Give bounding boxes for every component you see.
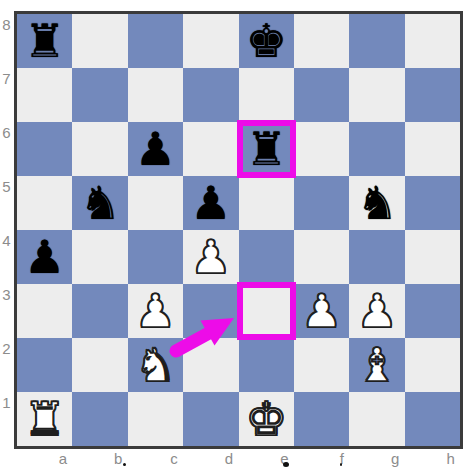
square-h2[interactable]: [405, 338, 460, 392]
square-c1[interactable]: [128, 392, 183, 446]
square-c8[interactable]: [128, 14, 183, 68]
black-rook[interactable]: ♜: [24, 18, 65, 64]
file-label-h: h: [405, 450, 460, 467]
rank-label-7: 7: [0, 70, 13, 88]
square-f1[interactable]: [294, 392, 349, 446]
square-g4[interactable]: [349, 230, 404, 284]
square-a8[interactable]: ♜: [17, 14, 72, 68]
square-d1[interactable]: [183, 392, 238, 446]
rank-label-6: 6: [0, 124, 13, 142]
file-label-c: c: [128, 450, 183, 467]
square-d5[interactable]: ♟: [183, 176, 238, 230]
black-knight[interactable]: ♞: [356, 180, 397, 226]
square-c3[interactable]: ♟: [128, 284, 183, 338]
square-f5[interactable]: [294, 176, 349, 230]
square-g8[interactable]: [349, 14, 404, 68]
square-b6[interactable]: [72, 122, 127, 176]
black-pawn[interactable]: ♟: [190, 180, 231, 226]
black-pawn[interactable]: ♟: [24, 234, 65, 280]
square-d6[interactable]: [183, 122, 238, 176]
file-label-b: b: [72, 450, 127, 467]
black-king[interactable]: ♚: [246, 18, 287, 64]
square-e3[interactable]: [239, 284, 294, 338]
white-bishop[interactable]: ♝: [356, 342, 397, 388]
rank-label-4: 4: [0, 232, 13, 250]
rank-label-2: 2: [0, 340, 13, 358]
square-c6[interactable]: ♟: [128, 122, 183, 176]
square-b7[interactable]: [72, 68, 127, 122]
square-e2[interactable]: [239, 338, 294, 392]
square-b1[interactable]: [72, 392, 127, 446]
square-e6[interactable]: ♜: [239, 122, 294, 176]
square-b4[interactable]: [72, 230, 127, 284]
square-d4[interactable]: ♟: [183, 230, 238, 284]
square-g2[interactable]: ♝: [349, 338, 404, 392]
white-pawn[interactable]: ♟: [190, 234, 231, 280]
square-b5[interactable]: ♞: [72, 176, 127, 230]
square-g1[interactable]: [349, 392, 404, 446]
file-label-a: a: [17, 450, 72, 467]
square-f3[interactable]: ♟: [294, 284, 349, 338]
chess-diagram: ♜♚♟♜♞♟♞♟♟♟♟♟♞♝♜♚ 87654321 abcdefgh: [0, 0, 464, 467]
square-f8[interactable]: [294, 14, 349, 68]
cropped-text-artifact: [123, 463, 126, 466]
white-pawn[interactable]: ♟: [356, 288, 397, 334]
file-label-d: d: [183, 450, 238, 467]
square-c5[interactable]: [128, 176, 183, 230]
square-h4[interactable]: [405, 230, 460, 284]
square-c7[interactable]: [128, 68, 183, 122]
square-c4[interactable]: [128, 230, 183, 284]
square-b3[interactable]: [72, 284, 127, 338]
square-g6[interactable]: [349, 122, 404, 176]
white-pawn[interactable]: ♟: [301, 288, 342, 334]
square-b8[interactable]: [72, 14, 127, 68]
rank-label-8: 8: [0, 16, 13, 34]
black-knight[interactable]: ♞: [79, 180, 120, 226]
square-d3[interactable]: [183, 284, 238, 338]
square-e8[interactable]: ♚: [239, 14, 294, 68]
square-e1[interactable]: ♚: [239, 392, 294, 446]
square-h6[interactable]: [405, 122, 460, 176]
white-knight[interactable]: ♞: [135, 342, 176, 388]
square-a3[interactable]: [17, 284, 72, 338]
square-e7[interactable]: [239, 68, 294, 122]
square-d7[interactable]: [183, 68, 238, 122]
square-h1[interactable]: [405, 392, 460, 446]
square-f7[interactable]: [294, 68, 349, 122]
square-f2[interactable]: [294, 338, 349, 392]
square-d2[interactable]: [183, 338, 238, 392]
cropped-text-artifact: [283, 462, 289, 467]
white-king[interactable]: ♚: [246, 396, 287, 442]
square-g7[interactable]: [349, 68, 404, 122]
chess-board: ♜♚♟♜♞♟♞♟♟♟♟♟♞♝♜♚: [14, 11, 463, 449]
square-a4[interactable]: ♟: [17, 230, 72, 284]
white-pawn[interactable]: ♟: [135, 288, 176, 334]
square-h7[interactable]: [405, 68, 460, 122]
square-f4[interactable]: [294, 230, 349, 284]
rank-label-5: 5: [0, 178, 13, 196]
square-b2[interactable]: [72, 338, 127, 392]
cropped-text-artifact: [340, 463, 342, 466]
square-a2[interactable]: [17, 338, 72, 392]
square-h5[interactable]: [405, 176, 460, 230]
rank-label-3: 3: [0, 286, 13, 304]
square-a6[interactable]: [17, 122, 72, 176]
square-e5[interactable]: [239, 176, 294, 230]
square-a5[interactable]: [17, 176, 72, 230]
square-h8[interactable]: [405, 14, 460, 68]
square-g3[interactable]: ♟: [349, 284, 404, 338]
square-a7[interactable]: [17, 68, 72, 122]
rank-label-1: 1: [0, 394, 13, 412]
white-rook[interactable]: ♜: [24, 396, 65, 442]
square-h3[interactable]: [405, 284, 460, 338]
square-e4[interactable]: [239, 230, 294, 284]
square-g5[interactable]: ♞: [349, 176, 404, 230]
square-d8[interactable]: [183, 14, 238, 68]
file-label-g: g: [349, 450, 404, 467]
black-rook[interactable]: ♜: [246, 126, 287, 172]
black-pawn[interactable]: ♟: [135, 126, 176, 172]
square-a1[interactable]: ♜: [17, 392, 72, 446]
square-f6[interactable]: [294, 122, 349, 176]
square-c2[interactable]: ♞: [128, 338, 183, 392]
